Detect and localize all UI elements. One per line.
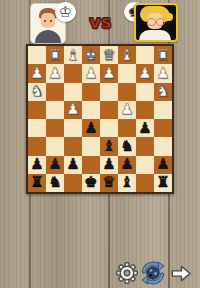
square-b6[interactable] (136, 137, 154, 155)
square-h4[interactable] (28, 101, 46, 119)
piece-white-pawn: ♟ (84, 65, 97, 80)
square-b4[interactable] (136, 101, 154, 119)
piece-black-bishop: ♝ (102, 138, 115, 153)
square-e7[interactable] (82, 156, 100, 174)
square-a4[interactable] (154, 101, 172, 119)
square-c4[interactable]: ♟ (118, 101, 136, 119)
avatar-hair-curl (166, 13, 173, 21)
square-d4[interactable] (100, 101, 118, 119)
piece-black-bishop: ♝ (120, 175, 133, 190)
square-h7[interactable]: ♟ (28, 156, 46, 174)
chess-board: ♜♝♚♛♝♜♟♟♟♟♟♟♞♞♟♟♟♟♝♞♟♟♟♟♟♟♜♞♚♛♝♜ (28, 46, 172, 192)
square-e2[interactable]: ♟ (82, 64, 100, 82)
square-g6[interactable] (46, 137, 64, 155)
white-king-icon: ♔ (59, 5, 72, 20)
square-e3[interactable] (82, 83, 100, 101)
piece-black-pawn: ♟ (102, 157, 115, 172)
square-b3[interactable] (136, 83, 154, 101)
square-g4[interactable] (46, 101, 64, 119)
piece-white-bishop: ♝ (120, 47, 133, 62)
square-b1[interactable] (136, 46, 154, 64)
piece-white-bishop: ♝ (66, 47, 79, 62)
piece-black-pawn: ♟ (30, 157, 43, 172)
square-d7[interactable]: ♟ (100, 156, 118, 174)
square-h6[interactable] (28, 137, 46, 155)
square-c8[interactable]: ♝ (118, 174, 136, 192)
settings-button[interactable] (116, 262, 138, 284)
square-h1[interactable] (28, 46, 46, 64)
white-king-badge: ♔ (55, 2, 76, 22)
piece-black-pawn: ♟ (138, 120, 151, 135)
square-d1[interactable]: ♛ (100, 46, 118, 64)
square-e1[interactable]: ♚ (82, 46, 100, 64)
piece-black-pawn: ♟ (156, 157, 169, 172)
square-h2[interactable]: ♟ (28, 64, 46, 82)
piece-white-queen: ♛ (102, 47, 115, 62)
square-f8[interactable] (64, 174, 82, 192)
piece-white-pawn: ♟ (120, 102, 133, 117)
square-d6[interactable]: ♝ (100, 137, 118, 155)
piece-black-knight: ♞ (120, 138, 133, 153)
next-button[interactable] (170, 264, 192, 283)
refresh-icon (141, 261, 165, 285)
vs-label: VS (84, 15, 118, 31)
square-d5[interactable] (100, 119, 118, 137)
piece-black-pawn: ♟ (84, 120, 97, 135)
square-g2[interactable]: ♟ (46, 64, 64, 82)
square-e6[interactable] (82, 137, 100, 155)
avatar-glasses (156, 18, 165, 26)
square-a2[interactable]: ♟ (154, 64, 172, 82)
avatar-eye (44, 20, 46, 22)
piece-white-pawn: ♟ (48, 65, 61, 80)
piece-white-pawn: ♟ (156, 65, 169, 80)
square-f2[interactable] (64, 64, 82, 82)
square-f7[interactable]: ♟ (64, 156, 82, 174)
square-h3[interactable]: ♞ (28, 83, 46, 101)
avatar-shirt (139, 30, 171, 40)
square-c2[interactable] (118, 64, 136, 82)
gear-icon (116, 262, 138, 284)
piece-white-pawn: ♟ (30, 65, 43, 80)
square-b2[interactable]: ♟ (136, 64, 154, 82)
piece-black-pawn: ♟ (66, 157, 79, 172)
avatar-glasses (147, 18, 156, 26)
square-b8[interactable] (136, 174, 154, 192)
square-e5[interactable]: ♟ (82, 119, 100, 137)
square-c1[interactable]: ♝ (118, 46, 136, 64)
square-a7[interactable]: ♟ (154, 156, 172, 174)
piece-white-knight: ♞ (30, 84, 43, 99)
app-background: ♔ VS ♚ ♜♝♚♛♝♜♟♟♟♟♟♟♞♞♟♟♟♟♝♞♟♟♟♟♟♟♜♞♚♛♝♜ (0, 0, 200, 288)
square-c6[interactable]: ♞ (118, 137, 136, 155)
piece-black-knight: ♞ (48, 175, 61, 190)
square-g3[interactable] (46, 83, 64, 101)
refresh-button[interactable] (141, 261, 165, 285)
square-d8[interactable]: ♛ (100, 174, 118, 192)
piece-black-pawn: ♟ (120, 157, 133, 172)
square-a1[interactable]: ♜ (154, 46, 172, 64)
square-f3[interactable] (64, 83, 82, 101)
square-g8[interactable]: ♞ (46, 174, 64, 192)
piece-black-king: ♚ (84, 175, 97, 190)
square-e8[interactable]: ♚ (82, 174, 100, 192)
square-h5[interactable] (28, 119, 46, 137)
square-c7[interactable]: ♟ (118, 156, 136, 174)
arrow-right-icon (170, 264, 192, 283)
square-a5[interactable] (154, 119, 172, 137)
square-g7[interactable]: ♟ (46, 156, 64, 174)
avatar-shoulders (35, 30, 61, 43)
piece-white-rook: ♜ (156, 47, 169, 62)
piece-white-pawn: ♟ (138, 65, 151, 80)
piece-black-queen: ♛ (102, 175, 115, 190)
square-c3[interactable] (118, 83, 136, 101)
square-f4[interactable]: ♟ (64, 101, 82, 119)
piece-white-king: ♚ (84, 47, 97, 62)
square-d3[interactable] (100, 83, 118, 101)
square-e4[interactable] (82, 101, 100, 119)
chess-board-frame: ♜♝♚♛♝♜♟♟♟♟♟♟♞♞♟♟♟♟♝♞♟♟♟♟♟♟♜♞♚♛♝♜ (26, 44, 174, 194)
square-g5[interactable] (46, 119, 64, 137)
piece-white-rook: ♜ (48, 47, 61, 62)
piece-white-pawn: ♟ (102, 65, 115, 80)
square-d2[interactable]: ♟ (100, 64, 118, 82)
piece-white-pawn: ♟ (66, 102, 79, 117)
square-h8[interactable]: ♜ (28, 174, 46, 192)
square-a6[interactable] (154, 137, 172, 155)
piece-white-knight: ♞ (156, 84, 169, 99)
square-f1[interactable]: ♝ (64, 46, 82, 64)
avatar-eye (50, 20, 52, 22)
square-b5[interactable]: ♟ (136, 119, 154, 137)
black-player-avatar (134, 3, 178, 42)
square-f5[interactable] (64, 119, 82, 137)
piece-black-rook: ♜ (156, 175, 169, 190)
square-a3[interactable]: ♞ (154, 83, 172, 101)
square-a8[interactable]: ♜ (154, 174, 172, 192)
square-f6[interactable] (64, 137, 82, 155)
square-g1[interactable]: ♜ (46, 46, 64, 64)
square-c5[interactable] (118, 119, 136, 137)
piece-black-rook: ♜ (30, 175, 43, 190)
piece-black-pawn: ♟ (48, 157, 61, 172)
square-b7[interactable] (136, 156, 154, 174)
